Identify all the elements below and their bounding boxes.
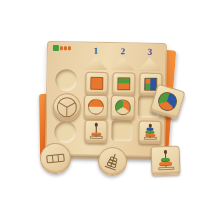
tower-engraving-icon <box>97 146 127 176</box>
piece-circle-two-thirds[interactable] <box>111 95 135 119</box>
piece-triangle-col3[interactable] <box>138 58 162 71</box>
toy-board-photo: 1 2 3 <box>0 0 220 220</box>
recess-tower-col2[interactable] <box>111 120 132 141</box>
piece-tower-2-discs-loose[interactable] <box>151 146 181 176</box>
piece-tower-1-disc[interactable] <box>84 120 107 143</box>
piece-disc-engraved-bar[interactable] <box>38 141 72 175</box>
tower-3-disc-icon <box>142 125 157 140</box>
fraction-square-1-2 <box>117 77 130 90</box>
fraction-circle-3-3 <box>156 90 180 114</box>
tower-2-disc-icon <box>156 151 176 171</box>
column-label-2: 2 <box>112 46 134 56</box>
bar-thirds-engraving-icon <box>40 143 72 175</box>
piece-triangle-col1[interactable] <box>84 57 108 70</box>
tower-1-disc-icon <box>88 124 103 139</box>
recess-round-top[interactable] <box>55 69 77 91</box>
column-label-3: 3 <box>139 47 161 57</box>
column-label-1: 1 <box>85 46 107 56</box>
recess-round-bottom[interactable] <box>54 121 76 143</box>
thirds-engraving-icon <box>54 94 80 120</box>
piece-circle-half[interactable] <box>84 95 108 119</box>
piece-square-halves[interactable] <box>112 72 135 95</box>
fraction-circle-1-2 <box>88 99 104 115</box>
piece-triangle-col2[interactable] <box>111 57 135 70</box>
board-face: 1 2 3 <box>45 41 167 157</box>
fraction-circle-2-3 <box>115 99 131 115</box>
piece-tower-3-discs[interactable] <box>138 121 161 144</box>
piece-disc-engraved-tower[interactable] <box>96 145 129 178</box>
brand-logo-icon <box>53 45 71 51</box>
fraction-square-1-1 <box>90 77 103 90</box>
piece-square-whole-orange[interactable] <box>85 72 108 95</box>
piece-round-engraved-thirds[interactable] <box>53 93 81 121</box>
